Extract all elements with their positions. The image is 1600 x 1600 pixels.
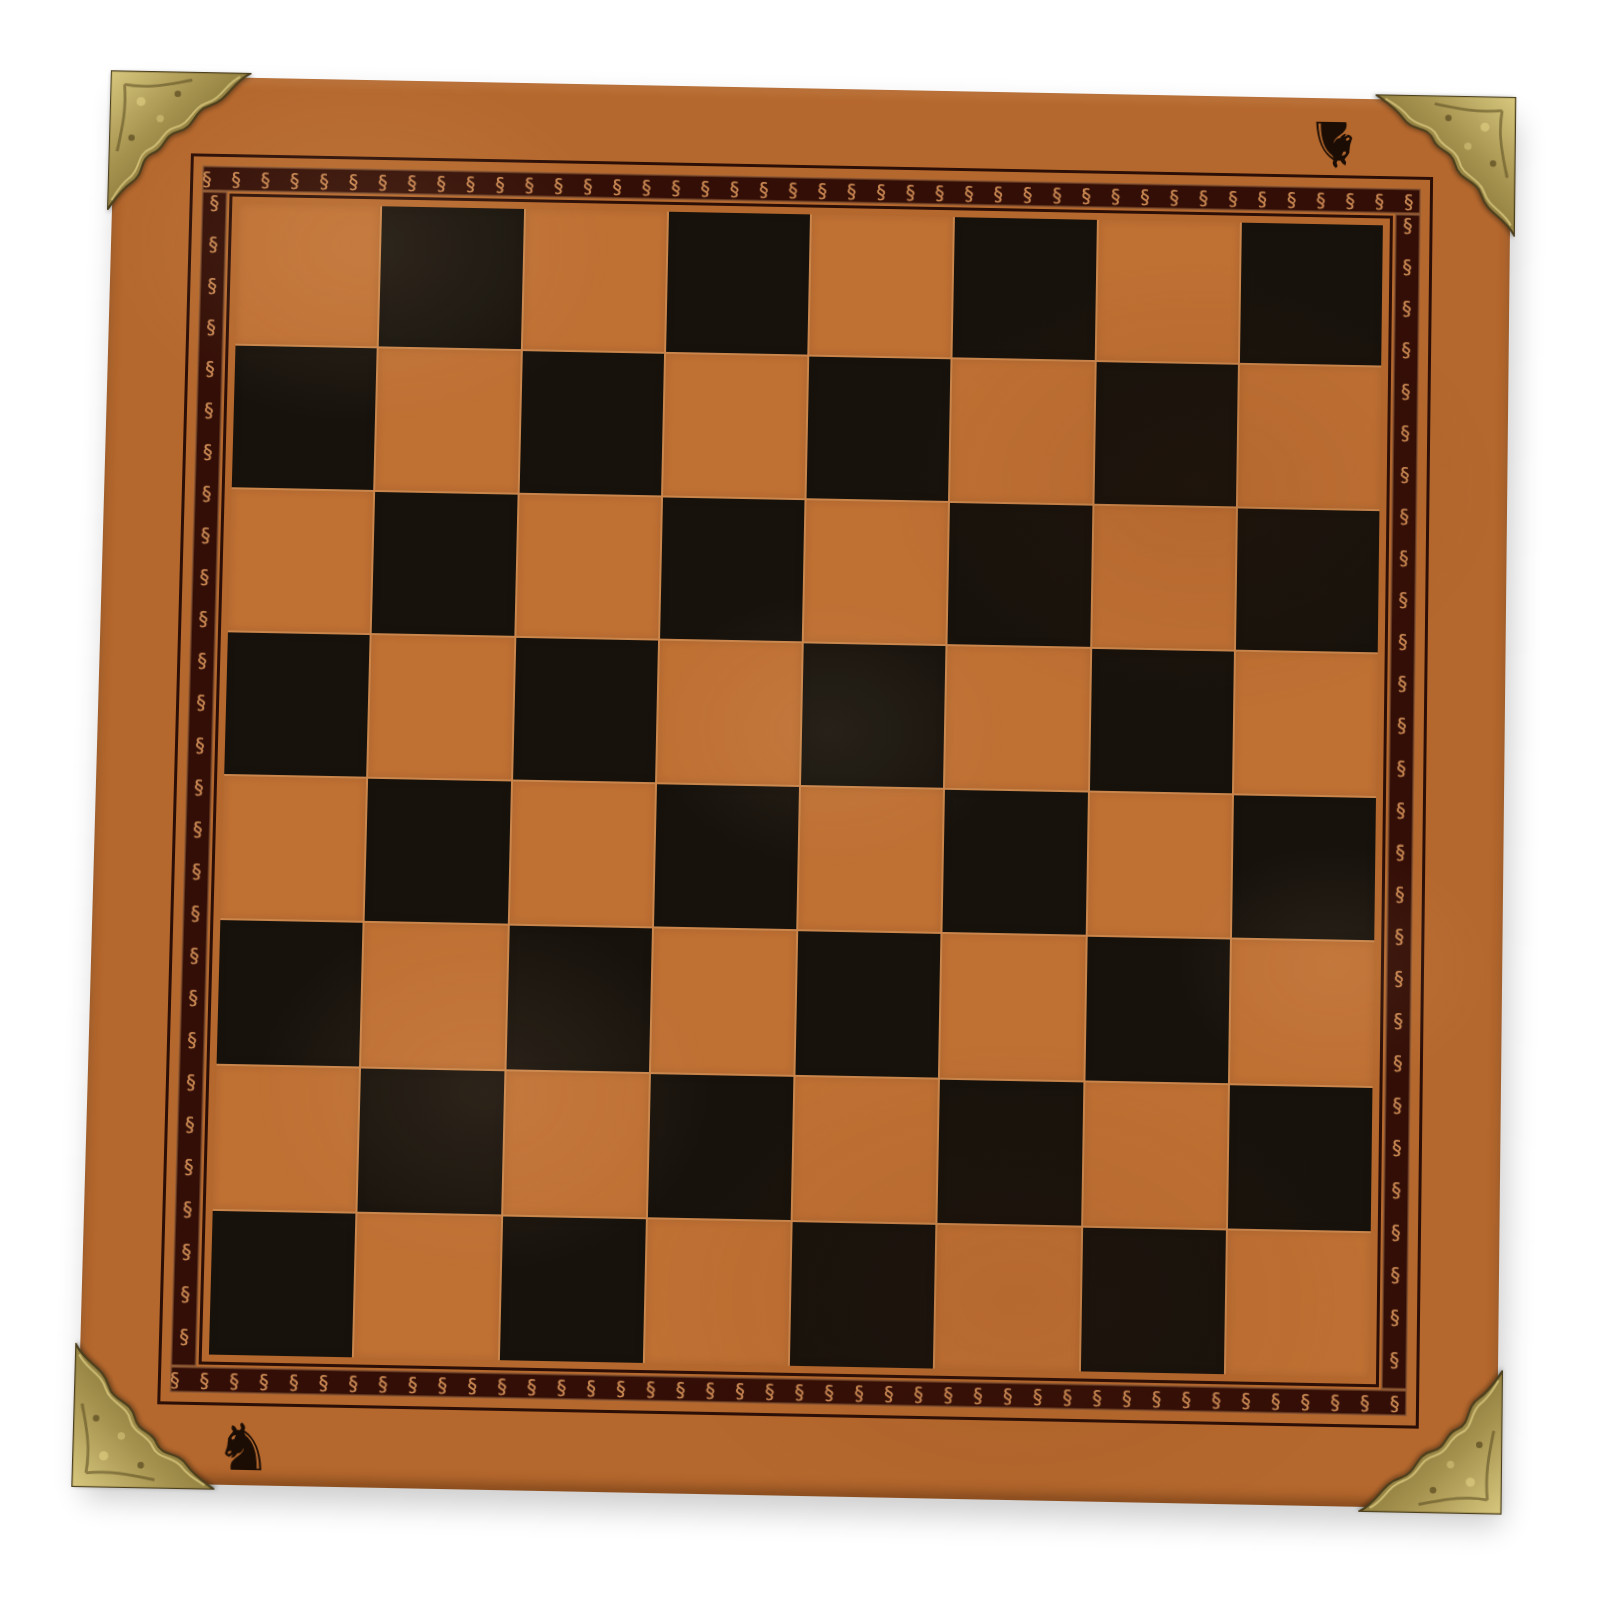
square-h4[interactable] — [1232, 795, 1376, 940]
square-c7[interactable] — [519, 351, 664, 495]
square-c3[interactable] — [506, 926, 652, 1072]
square-d5[interactable] — [657, 640, 802, 785]
square-g6[interactable] — [1092, 505, 1236, 649]
square-a1[interactable] — [209, 1211, 356, 1358]
square-b6[interactable] — [372, 491, 517, 635]
chessboard: § § § § § § § § § § § § § § § § § § § § … — [76, 75, 1511, 1509]
square-c6[interactable] — [516, 494, 661, 638]
square-c5[interactable] — [513, 638, 658, 783]
square-f2[interactable] — [938, 1079, 1083, 1225]
knight-logo-bottom-left-icon: ♞ — [214, 1415, 274, 1481]
square-h1[interactable] — [1226, 1230, 1371, 1377]
square-d7[interactable] — [663, 354, 807, 498]
square-b2[interactable] — [358, 1068, 504, 1214]
square-a8[interactable] — [236, 204, 381, 347]
square-c4[interactable] — [509, 781, 654, 926]
square-d6[interactable] — [660, 497, 805, 641]
square-f1[interactable] — [935, 1225, 1081, 1372]
square-e2[interactable] — [793, 1076, 938, 1222]
square-c1[interactable] — [499, 1216, 645, 1363]
square-f8[interactable] — [953, 217, 1097, 360]
square-h5[interactable] — [1234, 651, 1378, 796]
square-a2[interactable] — [213, 1065, 359, 1211]
square-e7[interactable] — [807, 357, 951, 501]
square-f6[interactable] — [948, 502, 1092, 646]
square-d2[interactable] — [648, 1074, 794, 1220]
square-d8[interactable] — [666, 212, 810, 355]
square-g3[interactable] — [1085, 937, 1230, 1083]
square-h2[interactable] — [1228, 1085, 1373, 1231]
square-c2[interactable] — [503, 1071, 649, 1217]
square-d4[interactable] — [654, 784, 799, 929]
square-a7[interactable] — [232, 346, 377, 490]
square-a3[interactable] — [217, 920, 363, 1066]
brass-corner-bottom-left-icon — [71, 1343, 218, 1490]
square-e1[interactable] — [790, 1222, 936, 1369]
square-b1[interactable] — [354, 1213, 500, 1360]
square-e4[interactable] — [798, 787, 943, 932]
square-f3[interactable] — [940, 934, 1085, 1080]
brass-corner-top-left-icon — [107, 70, 252, 212]
square-a4[interactable] — [220, 776, 366, 921]
square-e3[interactable] — [795, 931, 940, 1077]
board-grid — [209, 204, 1383, 1377]
square-g5[interactable] — [1089, 649, 1233, 794]
square-e5[interactable] — [801, 643, 946, 788]
square-g4[interactable] — [1087, 793, 1231, 938]
square-b3[interactable] — [361, 923, 507, 1069]
square-h3[interactable] — [1230, 940, 1374, 1086]
square-h7[interactable] — [1238, 365, 1381, 509]
square-g7[interactable] — [1094, 362, 1238, 506]
square-h8[interactable] — [1240, 223, 1383, 366]
square-d1[interactable] — [645, 1219, 791, 1366]
square-f7[interactable] — [950, 360, 1094, 504]
square-g8[interactable] — [1096, 220, 1239, 363]
square-e8[interactable] — [809, 214, 953, 357]
square-g2[interactable] — [1083, 1082, 1228, 1228]
knight-logo-top-right-icon: ♞ — [1305, 112, 1363, 176]
square-f5[interactable] — [945, 646, 1089, 791]
photo-background: § § § § § § § § § § § § § § § § § § § § … — [0, 0, 1600, 1600]
square-b5[interactable] — [368, 635, 513, 780]
square-a5[interactable] — [224, 632, 370, 777]
square-b7[interactable] — [375, 349, 520, 493]
square-e6[interactable] — [804, 500, 948, 644]
square-c8[interactable] — [522, 209, 666, 352]
brass-corner-top-right-icon — [1374, 94, 1516, 236]
square-d3[interactable] — [651, 929, 796, 1075]
square-b8[interactable] — [379, 206, 524, 349]
square-f4[interactable] — [943, 790, 1088, 935]
square-a6[interactable] — [228, 489, 373, 633]
square-g1[interactable] — [1080, 1227, 1225, 1374]
square-h6[interactable] — [1236, 508, 1380, 652]
square-b4[interactable] — [365, 779, 511, 924]
brass-corner-bottom-right-icon — [1358, 1368, 1503, 1515]
